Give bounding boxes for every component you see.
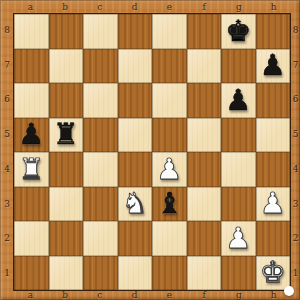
file-label-g: g bbox=[222, 1, 257, 13]
square-d5[interactable] bbox=[118, 118, 153, 153]
square-e2[interactable] bbox=[152, 221, 187, 256]
rank-label-6: 6 bbox=[1, 83, 13, 118]
square-d8[interactable] bbox=[118, 14, 153, 49]
file-label-f: f bbox=[187, 290, 222, 300]
rank-label-1: 1 bbox=[291, 256, 300, 291]
square-b2[interactable] bbox=[49, 221, 84, 256]
piece-black-pawn-a5[interactable]: ♟ bbox=[18, 120, 44, 149]
square-a3[interactable] bbox=[14, 187, 49, 222]
square-f5[interactable] bbox=[187, 118, 222, 153]
square-c6[interactable] bbox=[83, 83, 118, 118]
piece-white-pawn-h3[interactable]: ♟ bbox=[260, 189, 286, 218]
piece-black-bishop-e3[interactable]: ♝ bbox=[156, 189, 182, 218]
file-label-d: d bbox=[117, 1, 152, 13]
square-e1[interactable] bbox=[152, 256, 187, 291]
square-h1[interactable]: ♚ bbox=[256, 256, 291, 291]
square-h8[interactable] bbox=[256, 14, 291, 49]
square-f6[interactable] bbox=[187, 83, 222, 118]
square-c5[interactable] bbox=[83, 118, 118, 153]
rank-label-5: 5 bbox=[291, 117, 300, 152]
square-c1[interactable] bbox=[83, 256, 118, 291]
file-labels-top: abcdefgh bbox=[13, 1, 291, 13]
rank-label-3: 3 bbox=[291, 187, 300, 222]
file-label-c: c bbox=[83, 1, 118, 13]
file-label-f: f bbox=[187, 1, 222, 13]
square-g8[interactable]: ♚ bbox=[221, 14, 256, 49]
rank-label-5: 5 bbox=[1, 117, 13, 152]
piece-white-pawn-e4[interactable]: ♟ bbox=[156, 155, 182, 184]
rank-label-1: 1 bbox=[1, 256, 13, 291]
square-b7[interactable] bbox=[49, 49, 84, 84]
rank-labels-left: 87654321 bbox=[1, 13, 13, 291]
piece-white-knight-d3[interactable]: ♞ bbox=[122, 189, 148, 218]
file-label-b: b bbox=[48, 290, 83, 300]
square-b5[interactable]: ♜ bbox=[49, 118, 84, 153]
square-h3[interactable]: ♟ bbox=[256, 187, 291, 222]
square-g5[interactable] bbox=[221, 118, 256, 153]
square-b6[interactable] bbox=[49, 83, 84, 118]
square-f2[interactable] bbox=[187, 221, 222, 256]
square-a6[interactable] bbox=[14, 83, 49, 118]
square-b1[interactable] bbox=[49, 256, 84, 291]
file-label-e: e bbox=[152, 1, 187, 13]
square-d4[interactable] bbox=[118, 152, 153, 187]
file-label-b: b bbox=[48, 1, 83, 13]
square-b8[interactable] bbox=[49, 14, 84, 49]
piece-black-king-g8[interactable]: ♚ bbox=[225, 17, 251, 46]
square-c2[interactable] bbox=[83, 221, 118, 256]
piece-white-pawn-g2[interactable]: ♟ bbox=[225, 224, 251, 253]
board: ♚♟♟♟♜♜♟♞♝♟♟♚ bbox=[13, 13, 291, 291]
piece-black-rook-b5[interactable]: ♜ bbox=[53, 120, 79, 149]
square-g7[interactable] bbox=[221, 49, 256, 84]
square-g2[interactable]: ♟ bbox=[221, 221, 256, 256]
square-b3[interactable] bbox=[49, 187, 84, 222]
square-c3[interactable] bbox=[83, 187, 118, 222]
square-e5[interactable] bbox=[152, 118, 187, 153]
piece-white-rook-a4[interactable]: ♜ bbox=[18, 155, 44, 184]
square-a4[interactable]: ♜ bbox=[14, 152, 49, 187]
square-c4[interactable] bbox=[83, 152, 118, 187]
square-g1[interactable] bbox=[221, 256, 256, 291]
file-label-c: c bbox=[83, 290, 118, 300]
square-h4[interactable] bbox=[256, 152, 291, 187]
square-d3[interactable]: ♞ bbox=[118, 187, 153, 222]
piece-white-king-h1[interactable]: ♚ bbox=[260, 258, 286, 287]
square-b4[interactable] bbox=[49, 152, 84, 187]
square-e6[interactable] bbox=[152, 83, 187, 118]
rank-label-8: 8 bbox=[1, 13, 13, 48]
rank-label-8: 8 bbox=[291, 13, 300, 48]
square-a5[interactable]: ♟ bbox=[14, 118, 49, 153]
square-g3[interactable] bbox=[221, 187, 256, 222]
square-f7[interactable] bbox=[187, 49, 222, 84]
square-c7[interactable] bbox=[83, 49, 118, 84]
file-label-a: a bbox=[13, 290, 48, 300]
square-h2[interactable] bbox=[256, 221, 291, 256]
piece-black-pawn-h7[interactable]: ♟ bbox=[260, 51, 286, 80]
piece-black-pawn-g6[interactable]: ♟ bbox=[225, 86, 251, 115]
file-label-h: h bbox=[256, 1, 291, 13]
square-e4[interactable]: ♟ bbox=[152, 152, 187, 187]
square-a7[interactable] bbox=[14, 49, 49, 84]
file-labels-bottom: abcdefgh bbox=[13, 290, 291, 300]
rank-label-2: 2 bbox=[291, 222, 300, 257]
square-h7[interactable]: ♟ bbox=[256, 49, 291, 84]
rank-label-4: 4 bbox=[291, 152, 300, 187]
file-label-g: g bbox=[222, 290, 257, 300]
rank-labels-right: 87654321 bbox=[291, 13, 300, 291]
rank-label-2: 2 bbox=[1, 222, 13, 257]
square-f1[interactable] bbox=[187, 256, 222, 291]
square-e7[interactable] bbox=[152, 49, 187, 84]
square-d1[interactable] bbox=[118, 256, 153, 291]
rank-label-3: 3 bbox=[1, 187, 13, 222]
rank-label-7: 7 bbox=[1, 48, 13, 83]
file-label-e: e bbox=[152, 290, 187, 300]
file-label-d: d bbox=[117, 290, 152, 300]
square-h5[interactable] bbox=[256, 118, 291, 153]
square-e8[interactable] bbox=[152, 14, 187, 49]
rank-label-7: 7 bbox=[291, 48, 300, 83]
square-g4[interactable] bbox=[221, 152, 256, 187]
white-to-move-indicator bbox=[284, 286, 294, 296]
square-a8[interactable] bbox=[14, 14, 49, 49]
square-g6[interactable]: ♟ bbox=[221, 83, 256, 118]
square-f3[interactable] bbox=[187, 187, 222, 222]
square-f8[interactable] bbox=[187, 14, 222, 49]
square-d7[interactable] bbox=[118, 49, 153, 84]
square-a2[interactable] bbox=[14, 221, 49, 256]
square-f4[interactable] bbox=[187, 152, 222, 187]
square-c8[interactable] bbox=[83, 14, 118, 49]
square-e3[interactable]: ♝ bbox=[152, 187, 187, 222]
square-a1[interactable] bbox=[14, 256, 49, 291]
rank-label-6: 6 bbox=[291, 83, 300, 118]
file-label-a: a bbox=[13, 1, 48, 13]
square-h6[interactable] bbox=[256, 83, 291, 118]
board-frame: abcdefgh 87654321 ♚♟♟♟♜♜♟♞♝♟♟♚ 87654321 … bbox=[0, 0, 300, 300]
square-d6[interactable] bbox=[118, 83, 153, 118]
rank-label-4: 4 bbox=[1, 152, 13, 187]
square-d2[interactable] bbox=[118, 221, 153, 256]
